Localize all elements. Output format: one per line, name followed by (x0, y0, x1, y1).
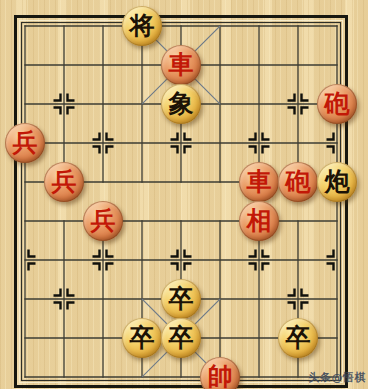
piece-black-soldier[interactable]: 卒 (122, 318, 162, 358)
piece-black-soldier[interactable]: 卒 (278, 318, 318, 358)
piece-black-general[interactable]: 将 (122, 6, 162, 46)
piece-red-cannon[interactable]: 砲 (317, 84, 357, 124)
piece-red-chariot[interactable]: 車 (239, 162, 279, 202)
watermark: 头条@悟棋 (309, 370, 367, 385)
piece-black-soldier[interactable]: 卒 (161, 318, 201, 358)
piece-black-elephant[interactable]: 象 (161, 84, 201, 124)
piece-red-general[interactable]: 帥 (200, 357, 240, 389)
piece-red-cannon[interactable]: 砲 (278, 162, 318, 202)
piece-red-soldier[interactable]: 兵 (5, 123, 45, 163)
piece-red-soldier[interactable]: 兵 (44, 162, 84, 202)
xiangqi-board: 将車象砲兵兵車砲炮兵相卒卒卒卒帥 头条@悟棋 (0, 0, 368, 389)
piece-red-elephant[interactable]: 相 (239, 201, 279, 241)
piece-black-soldier[interactable]: 卒 (161, 279, 201, 319)
piece-red-soldier[interactable]: 兵 (83, 201, 123, 241)
piece-black-cannon[interactable]: 炮 (317, 162, 357, 202)
piece-red-chariot[interactable]: 車 (161, 45, 201, 85)
pieces-layer: 将車象砲兵兵車砲炮兵相卒卒卒卒帥 (0, 0, 368, 389)
